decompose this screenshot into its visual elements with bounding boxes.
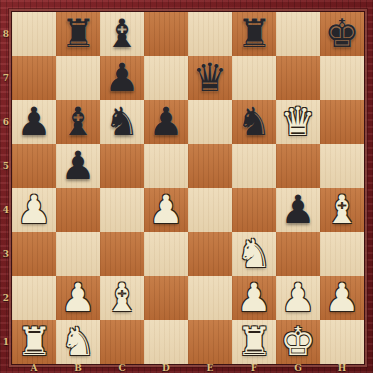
square-f2[interactable]: ♟ [232, 276, 276, 320]
square-b5[interactable]: ♟ [56, 144, 100, 188]
square-e1[interactable] [188, 320, 232, 364]
chess-board: ♜♝♜♚♟♛♟♝♞♟♞♛♟♟♟♟♝♞♟♝♟♟♟♜♞♜♚ [12, 12, 364, 364]
black-bishop[interactable]: ♝ [61, 100, 96, 144]
rank-label-4: 4 [0, 188, 12, 232]
white-king[interactable]: ♚ [281, 320, 316, 364]
square-d4[interactable]: ♟ [144, 188, 188, 232]
square-a4[interactable]: ♟ [12, 188, 56, 232]
square-d2[interactable] [144, 276, 188, 320]
white-pawn[interactable]: ♟ [325, 276, 360, 320]
square-b7[interactable] [56, 56, 100, 100]
black-queen[interactable]: ♛ [193, 56, 228, 100]
square-h1[interactable] [320, 320, 364, 364]
square-f4[interactable] [232, 188, 276, 232]
square-d5[interactable] [144, 144, 188, 188]
square-c2[interactable]: ♝ [100, 276, 144, 320]
rank-label-5: 5 [0, 144, 12, 188]
square-a3[interactable] [12, 232, 56, 276]
square-g6[interactable]: ♛ [276, 100, 320, 144]
square-h4[interactable]: ♝ [320, 188, 364, 232]
square-f1[interactable]: ♜ [232, 320, 276, 364]
square-c5[interactable] [100, 144, 144, 188]
rank-label-3: 3 [0, 232, 12, 276]
square-b3[interactable] [56, 232, 100, 276]
file-label-f: F [232, 363, 276, 373]
black-rook[interactable]: ♜ [237, 12, 272, 56]
square-e8[interactable] [188, 12, 232, 56]
white-pawn[interactable]: ♟ [149, 188, 184, 232]
square-d6[interactable]: ♟ [144, 100, 188, 144]
white-knight[interactable]: ♞ [61, 320, 96, 364]
file-label-g: G [276, 363, 320, 373]
board-frame: ♜♝♜♚♟♛♟♝♞♟♞♛♟♟♟♟♝♞♟♝♟♟♟♜♞♜♚ 87654321ABCD… [0, 0, 373, 373]
square-d7[interactable] [144, 56, 188, 100]
rank-label-1: 1 [0, 320, 12, 364]
square-d3[interactable] [144, 232, 188, 276]
white-knight[interactable]: ♞ [237, 232, 272, 276]
square-b4[interactable] [56, 188, 100, 232]
black-bishop[interactable]: ♝ [105, 12, 140, 56]
square-e3[interactable] [188, 232, 232, 276]
square-b1[interactable]: ♞ [56, 320, 100, 364]
black-pawn[interactable]: ♟ [149, 100, 184, 144]
square-a5[interactable] [12, 144, 56, 188]
square-f8[interactable]: ♜ [232, 12, 276, 56]
square-c7[interactable]: ♟ [100, 56, 144, 100]
square-e7[interactable]: ♛ [188, 56, 232, 100]
white-bishop[interactable]: ♝ [325, 188, 360, 232]
square-g5[interactable] [276, 144, 320, 188]
square-h2[interactable]: ♟ [320, 276, 364, 320]
square-a6[interactable]: ♟ [12, 100, 56, 144]
square-g3[interactable] [276, 232, 320, 276]
square-b8[interactable]: ♜ [56, 12, 100, 56]
white-rook[interactable]: ♜ [237, 320, 272, 364]
file-label-d: D [144, 363, 188, 373]
rank-label-2: 2 [0, 276, 12, 320]
file-label-h: H [320, 363, 364, 373]
white-rook[interactable]: ♜ [17, 320, 52, 364]
file-label-a: A [12, 363, 56, 373]
square-f5[interactable] [232, 144, 276, 188]
file-label-e: E [188, 363, 232, 373]
black-pawn[interactable]: ♟ [105, 56, 140, 100]
black-knight[interactable]: ♞ [105, 100, 140, 144]
square-c6[interactable]: ♞ [100, 100, 144, 144]
square-a7[interactable] [12, 56, 56, 100]
square-f7[interactable] [232, 56, 276, 100]
square-g7[interactable] [276, 56, 320, 100]
square-h7[interactable] [320, 56, 364, 100]
square-c4[interactable] [100, 188, 144, 232]
square-c8[interactable]: ♝ [100, 12, 144, 56]
white-pawn[interactable]: ♟ [281, 276, 316, 320]
square-f6[interactable]: ♞ [232, 100, 276, 144]
black-king[interactable]: ♚ [325, 12, 360, 56]
rank-label-7: 7 [0, 56, 12, 100]
black-pawn[interactable]: ♟ [61, 144, 96, 188]
square-c1[interactable] [100, 320, 144, 364]
square-h3[interactable] [320, 232, 364, 276]
square-a1[interactable]: ♜ [12, 320, 56, 364]
square-b6[interactable]: ♝ [56, 100, 100, 144]
square-e6[interactable] [188, 100, 232, 144]
square-g1[interactable]: ♚ [276, 320, 320, 364]
black-pawn[interactable]: ♟ [281, 188, 316, 232]
white-pawn[interactable]: ♟ [17, 188, 52, 232]
white-pawn[interactable]: ♟ [237, 276, 272, 320]
square-e4[interactable] [188, 188, 232, 232]
square-g4[interactable]: ♟ [276, 188, 320, 232]
square-h6[interactable] [320, 100, 364, 144]
file-label-b: B [56, 363, 100, 373]
square-d1[interactable] [144, 320, 188, 364]
square-a8[interactable] [12, 12, 56, 56]
square-e2[interactable] [188, 276, 232, 320]
square-c3[interactable] [100, 232, 144, 276]
rank-label-8: 8 [0, 12, 12, 56]
square-g8[interactable] [276, 12, 320, 56]
square-a2[interactable] [12, 276, 56, 320]
white-bishop[interactable]: ♝ [105, 276, 140, 320]
square-h5[interactable] [320, 144, 364, 188]
square-h8[interactable]: ♚ [320, 12, 364, 56]
black-rook[interactable]: ♜ [61, 12, 96, 56]
white-queen[interactable]: ♛ [281, 100, 316, 144]
square-e5[interactable] [188, 144, 232, 188]
black-knight[interactable]: ♞ [237, 100, 272, 144]
file-label-c: C [100, 363, 144, 373]
square-b2[interactable]: ♟ [56, 276, 100, 320]
square-d8[interactable] [144, 12, 188, 56]
white-pawn[interactable]: ♟ [61, 276, 96, 320]
square-f3[interactable]: ♞ [232, 232, 276, 276]
black-pawn[interactable]: ♟ [17, 100, 52, 144]
rank-label-6: 6 [0, 100, 12, 144]
square-g2[interactable]: ♟ [276, 276, 320, 320]
